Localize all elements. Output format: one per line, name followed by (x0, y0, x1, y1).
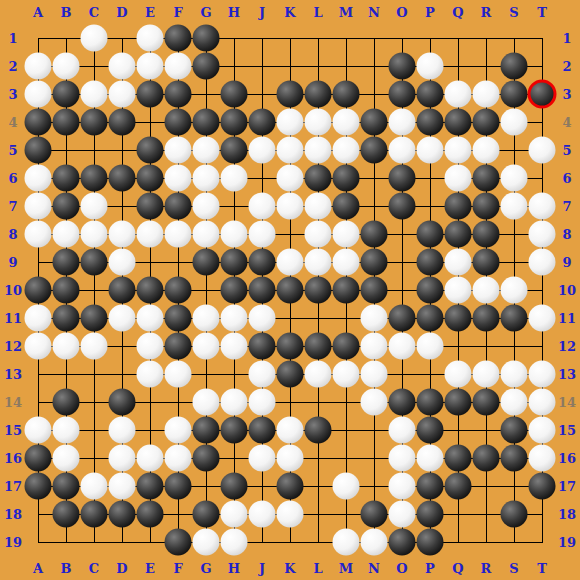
coord-label-bottom-G: G (200, 562, 211, 575)
stone-white-H11 (221, 305, 248, 332)
stone-white-G14 (193, 389, 220, 416)
coord-label-bottom-E: E (145, 562, 155, 575)
stone-black-F4 (165, 109, 192, 136)
stone-white-A3 (25, 81, 52, 108)
coord-label-right-9: 9 (562, 256, 571, 269)
stone-white-C7 (81, 193, 108, 220)
stone-black-B6 (53, 165, 80, 192)
stone-black-B9 (53, 249, 80, 276)
stone-white-O16 (389, 445, 416, 472)
stone-black-K3 (277, 81, 304, 108)
coord-label-bottom-L: L (313, 562, 322, 575)
stone-white-T8 (529, 221, 556, 248)
stone-white-R5 (473, 137, 500, 164)
coord-label-bottom-F: F (173, 562, 182, 575)
coord-label-top-M: M (339, 6, 353, 19)
stone-black-G9 (193, 249, 220, 276)
coord-label-left-7: 7 (8, 200, 17, 213)
stone-white-A2 (25, 53, 52, 80)
coord-label-bottom-P: P (425, 562, 435, 575)
last-move-marker (528, 80, 557, 109)
stone-white-E2 (137, 53, 164, 80)
stone-black-O7 (389, 193, 416, 220)
stone-black-N5 (361, 137, 388, 164)
stone-black-C6 (81, 165, 108, 192)
coord-label-left-10: 10 (4, 284, 22, 297)
stone-white-Q5 (445, 137, 472, 164)
stone-black-D10 (109, 277, 136, 304)
stone-black-O14 (389, 389, 416, 416)
stone-white-G7 (193, 193, 220, 220)
stone-white-F15 (165, 417, 192, 444)
coord-label-top-D: D (116, 6, 127, 19)
stone-black-R11 (473, 305, 500, 332)
stone-white-S6 (501, 165, 528, 192)
stone-black-H17 (221, 473, 248, 500)
stone-black-N10 (361, 277, 388, 304)
stone-black-B17 (53, 473, 80, 500)
stone-white-J5 (249, 137, 276, 164)
stone-black-T17 (529, 473, 556, 500)
stone-black-O3 (389, 81, 416, 108)
stone-white-P5 (417, 137, 444, 164)
stone-black-H5 (221, 137, 248, 164)
stone-black-A16 (25, 445, 52, 472)
stone-white-F16 (165, 445, 192, 472)
stone-black-F10 (165, 277, 192, 304)
stone-white-K18 (277, 501, 304, 528)
coord-label-left-19: 19 (4, 536, 22, 549)
stone-white-P16 (417, 445, 444, 472)
stone-white-A7 (25, 193, 52, 220)
stone-black-N8 (361, 221, 388, 248)
stone-black-D14 (109, 389, 136, 416)
stone-black-M12 (333, 333, 360, 360)
stone-black-O6 (389, 165, 416, 192)
stone-black-K10 (277, 277, 304, 304)
stone-white-D2 (109, 53, 136, 80)
stone-black-S15 (501, 417, 528, 444)
stone-black-N18 (361, 501, 388, 528)
coord-label-top-G: G (200, 6, 211, 19)
stone-white-N14 (361, 389, 388, 416)
stone-black-F1 (165, 25, 192, 52)
coord-label-left-17: 17 (4, 480, 22, 493)
coord-label-top-J: J (259, 6, 265, 19)
stone-black-O19 (389, 529, 416, 556)
stone-white-S4 (501, 109, 528, 136)
stone-black-C18 (81, 501, 108, 528)
stone-white-K15 (277, 417, 304, 444)
coord-label-right-2: 2 (562, 60, 571, 73)
coord-label-left-11: 11 (4, 312, 22, 325)
stone-white-H18 (221, 501, 248, 528)
stone-white-T13 (529, 361, 556, 388)
stone-white-P12 (417, 333, 444, 360)
stone-white-D11 (109, 305, 136, 332)
stone-black-A5 (25, 137, 52, 164)
stone-white-O17 (389, 473, 416, 500)
coord-label-top-P: P (425, 6, 435, 19)
stone-black-P18 (417, 501, 444, 528)
stone-black-R8 (473, 221, 500, 248)
stone-white-B16 (53, 445, 80, 472)
coord-label-bottom-S: S (509, 562, 518, 575)
coord-label-right-19: 19 (558, 536, 576, 549)
coord-label-top-S: S (509, 6, 518, 19)
stone-white-S10 (501, 277, 528, 304)
stone-black-R6 (473, 165, 500, 192)
stone-white-O4 (389, 109, 416, 136)
coord-label-bottom-J: J (259, 562, 265, 575)
stone-white-D17 (109, 473, 136, 500)
stone-black-B4 (53, 109, 80, 136)
stone-white-S7 (501, 193, 528, 220)
coord-label-bottom-D: D (116, 562, 127, 575)
stone-white-J11 (249, 305, 276, 332)
stone-white-K9 (277, 249, 304, 276)
stone-black-B3 (53, 81, 80, 108)
stone-white-P2 (417, 53, 444, 80)
stone-black-P4 (417, 109, 444, 136)
stone-white-D15 (109, 417, 136, 444)
stone-black-H15 (221, 417, 248, 444)
stone-white-M17 (333, 473, 360, 500)
coord-label-bottom-Q: Q (452, 562, 463, 575)
stone-black-G1 (193, 25, 220, 52)
stone-white-K6 (277, 165, 304, 192)
coord-label-bottom-C: C (89, 562, 99, 575)
stone-black-L3 (305, 81, 332, 108)
stone-black-R7 (473, 193, 500, 220)
stone-white-N19 (361, 529, 388, 556)
coord-label-left-13: 13 (4, 368, 22, 381)
coord-label-left-6: 6 (8, 172, 17, 185)
coord-label-bottom-R: R (481, 562, 492, 575)
stone-black-H10 (221, 277, 248, 304)
stone-white-T14 (529, 389, 556, 416)
stone-black-P10 (417, 277, 444, 304)
coord-label-right-3: 3 (562, 88, 571, 101)
stone-black-F11 (165, 305, 192, 332)
stone-white-T9 (529, 249, 556, 276)
coord-label-right-10: 10 (558, 284, 576, 297)
stone-white-M19 (333, 529, 360, 556)
stone-black-E10 (137, 277, 164, 304)
coord-label-top-O: O (396, 6, 407, 19)
stone-white-Q6 (445, 165, 472, 192)
coord-label-top-Q: Q (452, 6, 463, 19)
stone-white-G8 (193, 221, 220, 248)
stone-white-L13 (305, 361, 332, 388)
coord-label-bottom-B: B (61, 562, 72, 575)
stone-white-G5 (193, 137, 220, 164)
coord-label-right-6: 6 (562, 172, 571, 185)
stone-black-L12 (305, 333, 332, 360)
stone-white-E12 (137, 333, 164, 360)
stone-white-C17 (81, 473, 108, 500)
coord-label-bottom-H: H (228, 562, 240, 575)
stone-black-M10 (333, 277, 360, 304)
stone-white-D3 (109, 81, 136, 108)
coord-label-top-A: A (33, 6, 43, 19)
coord-label-right-7: 7 (562, 200, 571, 213)
stone-black-P11 (417, 305, 444, 332)
stone-white-F2 (165, 53, 192, 80)
stone-black-S16 (501, 445, 528, 472)
stone-black-H3 (221, 81, 248, 108)
stone-black-Q11 (445, 305, 472, 332)
coord-label-right-1: 1 (562, 32, 571, 45)
coord-label-bottom-T: T (537, 562, 547, 575)
coord-label-top-T: T (537, 6, 547, 19)
stone-black-F19 (165, 529, 192, 556)
stone-white-G11 (193, 305, 220, 332)
stone-white-E1 (137, 25, 164, 52)
coord-label-left-5: 5 (8, 144, 17, 157)
stone-white-M4 (333, 109, 360, 136)
stone-white-O12 (389, 333, 416, 360)
stone-black-A17 (25, 473, 52, 500)
stone-white-T5 (529, 137, 556, 164)
stone-black-K17 (277, 473, 304, 500)
stone-white-S14 (501, 389, 528, 416)
coord-label-right-17: 17 (558, 480, 576, 493)
stone-black-L15 (305, 417, 332, 444)
coord-label-right-14: 14 (558, 396, 576, 409)
stone-white-B12 (53, 333, 80, 360)
stone-black-J9 (249, 249, 276, 276)
stone-black-R14 (473, 389, 500, 416)
coord-label-top-N: N (368, 6, 380, 19)
stone-black-E17 (137, 473, 164, 500)
stone-black-J12 (249, 333, 276, 360)
coord-label-bottom-K: K (284, 562, 295, 575)
stone-black-S2 (501, 53, 528, 80)
stone-white-L4 (305, 109, 332, 136)
stone-black-Q4 (445, 109, 472, 136)
stone-black-R16 (473, 445, 500, 472)
stone-white-E8 (137, 221, 164, 248)
stone-white-K5 (277, 137, 304, 164)
stone-black-R9 (473, 249, 500, 276)
stone-black-K13 (277, 361, 304, 388)
stone-white-J16 (249, 445, 276, 472)
stone-black-G15 (193, 417, 220, 444)
stone-black-P3 (417, 81, 444, 108)
stone-black-Q17 (445, 473, 472, 500)
coord-label-left-15: 15 (4, 424, 22, 437)
stone-white-J18 (249, 501, 276, 528)
stone-white-H14 (221, 389, 248, 416)
stone-black-C9 (81, 249, 108, 276)
stone-black-P14 (417, 389, 444, 416)
coord-label-right-11: 11 (558, 312, 576, 325)
stone-white-J7 (249, 193, 276, 220)
stone-black-P9 (417, 249, 444, 276)
coord-label-right-15: 15 (558, 424, 576, 437)
stone-white-R3 (473, 81, 500, 108)
coord-label-right-12: 12 (558, 340, 576, 353)
stone-black-J4 (249, 109, 276, 136)
stone-white-Q13 (445, 361, 472, 388)
stone-white-G12 (193, 333, 220, 360)
stone-white-F6 (165, 165, 192, 192)
coord-label-right-16: 16 (558, 452, 576, 465)
go-board: AABBCCDDEEFFGGHHJJKKLLMMNNOOPPQQRRSSTT11… (0, 0, 580, 580)
stone-white-N11 (361, 305, 388, 332)
stone-white-M9 (333, 249, 360, 276)
stone-black-D6 (109, 165, 136, 192)
stone-white-F5 (165, 137, 192, 164)
stone-white-F8 (165, 221, 192, 248)
stone-white-K4 (277, 109, 304, 136)
stone-white-F13 (165, 361, 192, 388)
stone-black-P15 (417, 417, 444, 444)
stone-white-J13 (249, 361, 276, 388)
stone-black-G4 (193, 109, 220, 136)
coord-label-bottom-N: N (368, 562, 380, 575)
stone-black-O2 (389, 53, 416, 80)
stone-white-B8 (53, 221, 80, 248)
stone-black-G18 (193, 501, 220, 528)
stone-white-A6 (25, 165, 52, 192)
stone-white-N12 (361, 333, 388, 360)
stone-black-S18 (501, 501, 528, 528)
coord-label-right-8: 8 (562, 228, 571, 241)
stone-black-A10 (25, 277, 52, 304)
stone-white-H19 (221, 529, 248, 556)
coord-label-top-E: E (145, 6, 155, 19)
stone-black-F7 (165, 193, 192, 220)
stone-white-A11 (25, 305, 52, 332)
coord-label-top-K: K (284, 6, 295, 19)
coord-label-top-L: L (313, 6, 322, 19)
coord-label-top-B: B (61, 6, 72, 19)
stone-white-T16 (529, 445, 556, 472)
coord-label-bottom-M: M (339, 562, 353, 575)
stone-black-N4 (361, 109, 388, 136)
stone-black-F12 (165, 333, 192, 360)
coord-label-left-8: 8 (8, 228, 17, 241)
stone-white-Q10 (445, 277, 472, 304)
stone-white-O5 (389, 137, 416, 164)
stone-white-L7 (305, 193, 332, 220)
stone-black-K12 (277, 333, 304, 360)
stone-white-G6 (193, 165, 220, 192)
coord-label-left-14: 14 (4, 396, 22, 409)
stone-black-P17 (417, 473, 444, 500)
coord-label-top-F: F (173, 6, 182, 19)
stone-black-E5 (137, 137, 164, 164)
stone-black-F17 (165, 473, 192, 500)
stone-black-S11 (501, 305, 528, 332)
stone-white-J14 (249, 389, 276, 416)
stone-black-B18 (53, 501, 80, 528)
stone-white-A8 (25, 221, 52, 248)
stone-white-R13 (473, 361, 500, 388)
coord-label-right-4: 4 (562, 116, 571, 129)
stone-white-L5 (305, 137, 332, 164)
stone-white-O15 (389, 417, 416, 444)
stone-black-D18 (109, 501, 136, 528)
stone-black-Q7 (445, 193, 472, 220)
stone-white-M8 (333, 221, 360, 248)
stone-black-E18 (137, 501, 164, 528)
stone-white-N13 (361, 361, 388, 388)
stone-white-E13 (137, 361, 164, 388)
coord-label-top-C: C (89, 6, 99, 19)
stone-white-D8 (109, 221, 136, 248)
stone-black-Q8 (445, 221, 472, 248)
stone-black-N9 (361, 249, 388, 276)
stone-black-D4 (109, 109, 136, 136)
stone-white-L9 (305, 249, 332, 276)
stone-white-D16 (109, 445, 136, 472)
stone-white-T15 (529, 417, 556, 444)
coord-label-left-12: 12 (4, 340, 22, 353)
stone-black-M6 (333, 165, 360, 192)
stone-white-T11 (529, 305, 556, 332)
stone-white-C1 (81, 25, 108, 52)
stone-white-C12 (81, 333, 108, 360)
stone-white-L8 (305, 221, 332, 248)
stone-black-R4 (473, 109, 500, 136)
stone-black-F3 (165, 81, 192, 108)
stone-black-H9 (221, 249, 248, 276)
stone-black-C11 (81, 305, 108, 332)
stone-black-J15 (249, 417, 276, 444)
stone-white-A12 (25, 333, 52, 360)
stone-white-J8 (249, 221, 276, 248)
stone-white-Q9 (445, 249, 472, 276)
stone-black-L6 (305, 165, 332, 192)
stone-white-K16 (277, 445, 304, 472)
stone-white-K7 (277, 193, 304, 220)
stone-white-E16 (137, 445, 164, 472)
stone-black-G16 (193, 445, 220, 472)
coord-label-top-R: R (481, 6, 492, 19)
stone-white-B2 (53, 53, 80, 80)
stone-black-B10 (53, 277, 80, 304)
stone-white-S13 (501, 361, 528, 388)
coord-label-left-4: 4 (8, 116, 17, 129)
coord-label-right-18: 18 (558, 508, 576, 521)
stone-black-P19 (417, 529, 444, 556)
coord-label-right-13: 13 (558, 368, 576, 381)
stone-black-G2 (193, 53, 220, 80)
stone-black-B14 (53, 389, 80, 416)
stone-black-A4 (25, 109, 52, 136)
stone-black-Q14 (445, 389, 472, 416)
stone-black-M3 (333, 81, 360, 108)
coord-label-left-3: 3 (8, 88, 17, 101)
stone-black-B11 (53, 305, 80, 332)
stone-black-J10 (249, 277, 276, 304)
stone-white-Q3 (445, 81, 472, 108)
stone-white-C8 (81, 221, 108, 248)
coord-label-right-5: 5 (562, 144, 571, 157)
coord-label-left-18: 18 (4, 508, 22, 521)
stone-white-B15 (53, 417, 80, 444)
stone-black-E7 (137, 193, 164, 220)
coord-label-left-9: 9 (8, 256, 17, 269)
stone-white-M13 (333, 361, 360, 388)
stone-black-Q16 (445, 445, 472, 472)
coord-label-bottom-O: O (396, 562, 407, 575)
stone-white-O18 (389, 501, 416, 528)
stone-black-H4 (221, 109, 248, 136)
